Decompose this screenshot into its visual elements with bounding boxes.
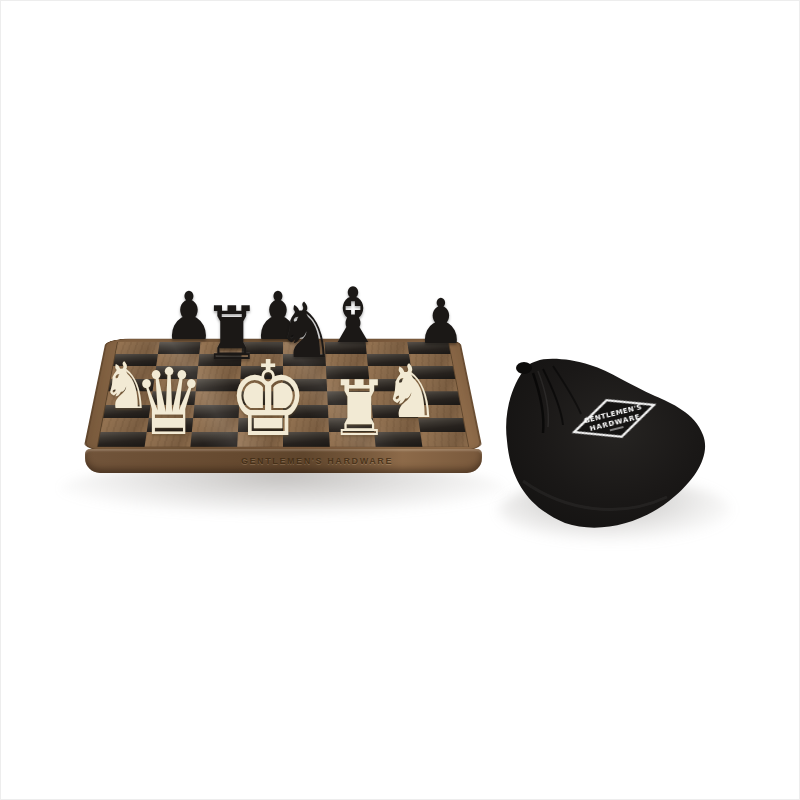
white-knight-g4[interactable]: ♞ <box>382 354 439 428</box>
white-queen-b3[interactable]: ♛ <box>134 357 205 449</box>
white-king-d3[interactable]: ♚ <box>228 347 308 451</box>
product-photo-scene: { "game": "chess", "position": "1p1p1b1p… <box>0 0 800 800</box>
bag-drawstring-knot <box>516 362 532 374</box>
white-rook-f3[interactable]: ♜ <box>330 371 389 447</box>
square-h1[interactable] <box>420 432 468 446</box>
black-pawn-h8[interactable]: ♟ <box>417 291 465 353</box>
storage-bag: GENTLEMEN'S HARDWARE <box>495 341 731 545</box>
black-bishop-f8[interactable]: ♝ <box>324 278 383 354</box>
